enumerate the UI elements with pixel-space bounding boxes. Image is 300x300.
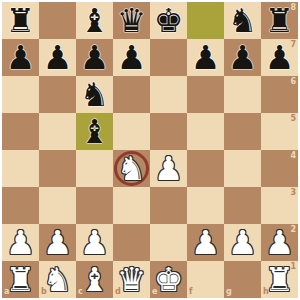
file-label-c: c xyxy=(78,288,83,296)
square-e5[interactable] xyxy=(150,113,187,150)
square-h6[interactable]: 6 xyxy=(261,76,298,113)
black-knight-piece[interactable]: ♞ xyxy=(228,4,258,37)
file-label-b: b xyxy=(41,288,47,296)
black-rook-piece[interactable]: ♜ xyxy=(6,4,36,37)
rank-label-3: 3 xyxy=(290,189,296,197)
file-label-e: e xyxy=(152,288,157,296)
square-c1[interactable]: ♝c xyxy=(76,261,113,298)
black-bishop-piece[interactable]: ♝ xyxy=(80,4,110,37)
black-queen-piece[interactable]: ♛ xyxy=(117,4,147,37)
white-rook-piece[interactable]: ♜ xyxy=(6,263,36,296)
rank-label-4: 4 xyxy=(290,152,296,160)
square-d6[interactable] xyxy=(113,76,150,113)
square-b4[interactable] xyxy=(39,150,76,187)
black-knight-piece[interactable]: ♞ xyxy=(80,78,110,111)
white-knight-piece[interactable]: ♞ xyxy=(43,263,73,296)
square-a4[interactable] xyxy=(2,150,39,187)
square-d3[interactable] xyxy=(113,187,150,224)
white-pawn-piece[interactable]: ♟ xyxy=(154,152,184,185)
square-c4[interactable] xyxy=(76,150,113,187)
square-h3[interactable]: 3 xyxy=(261,187,298,224)
square-g8[interactable]: ♞ xyxy=(224,2,261,39)
square-f8[interactable] xyxy=(187,2,224,39)
square-d2[interactable] xyxy=(113,224,150,261)
rank-label-1: 1 xyxy=(290,263,296,271)
square-b7[interactable]: ♟ xyxy=(39,39,76,76)
chess-board: ♜♝♛♚♞♜8♟♟♟♟♟♟♟7♞6♝5♞♟43♟♟♟♟♟♟2♜a♞b♝c♛d♚e… xyxy=(2,2,298,298)
rank-label-2: 2 xyxy=(290,226,296,234)
rank-label-6: 6 xyxy=(290,78,296,86)
square-c5[interactable]: ♝ xyxy=(76,113,113,150)
square-h4[interactable]: 4 xyxy=(261,150,298,187)
square-b1[interactable]: ♞b xyxy=(39,261,76,298)
square-a8[interactable]: ♜ xyxy=(2,2,39,39)
square-f7[interactable]: ♟ xyxy=(187,39,224,76)
square-g4[interactable] xyxy=(224,150,261,187)
square-g7[interactable]: ♟ xyxy=(224,39,261,76)
square-c8[interactable]: ♝ xyxy=(76,2,113,39)
square-f2[interactable]: ♟ xyxy=(187,224,224,261)
file-label-h: h xyxy=(263,288,269,296)
white-pawn-piece[interactable]: ♟ xyxy=(80,226,110,259)
square-a3[interactable] xyxy=(2,187,39,224)
square-f3[interactable] xyxy=(187,187,224,224)
white-pawn-piece[interactable]: ♟ xyxy=(43,226,73,259)
square-e6[interactable] xyxy=(150,76,187,113)
square-e7[interactable] xyxy=(150,39,187,76)
black-pawn-piece[interactable]: ♟ xyxy=(191,41,221,74)
square-h5[interactable]: 5 xyxy=(261,113,298,150)
square-f4[interactable] xyxy=(187,150,224,187)
rank-label-5: 5 xyxy=(290,115,296,123)
black-pawn-piece[interactable]: ♟ xyxy=(117,41,147,74)
white-bishop-piece[interactable]: ♝ xyxy=(80,263,110,296)
square-a7[interactable]: ♟ xyxy=(2,39,39,76)
square-b6[interactable] xyxy=(39,76,76,113)
black-bishop-piece[interactable]: ♝ xyxy=(80,115,110,148)
square-d4[interactable]: ♞ xyxy=(113,150,150,187)
file-label-d: d xyxy=(115,288,121,296)
file-label-g: g xyxy=(226,288,232,296)
square-c7[interactable]: ♟ xyxy=(76,39,113,76)
square-e1[interactable]: ♚e xyxy=(150,261,187,298)
square-a5[interactable] xyxy=(2,113,39,150)
square-e4[interactable]: ♟ xyxy=(150,150,187,187)
square-d8[interactable]: ♛ xyxy=(113,2,150,39)
square-h8[interactable]: ♜8 xyxy=(261,2,298,39)
white-pawn-piece[interactable]: ♟ xyxy=(191,226,221,259)
square-c6[interactable]: ♞ xyxy=(76,76,113,113)
square-a2[interactable]: ♟ xyxy=(2,224,39,261)
white-pawn-piece[interactable]: ♟ xyxy=(6,226,36,259)
square-e3[interactable] xyxy=(150,187,187,224)
square-f6[interactable] xyxy=(187,76,224,113)
black-king-piece[interactable]: ♚ xyxy=(154,4,184,37)
square-g5[interactable] xyxy=(224,113,261,150)
black-pawn-piece[interactable]: ♟ xyxy=(6,41,36,74)
square-g2[interactable]: ♟ xyxy=(224,224,261,261)
square-c3[interactable] xyxy=(76,187,113,224)
square-d1[interactable]: ♛d xyxy=(113,261,150,298)
square-a6[interactable] xyxy=(2,76,39,113)
square-h7[interactable]: ♟7 xyxy=(261,39,298,76)
square-b3[interactable] xyxy=(39,187,76,224)
square-h1[interactable]: ♜1h xyxy=(261,261,298,298)
square-d5[interactable] xyxy=(113,113,150,150)
white-pawn-piece[interactable]: ♟ xyxy=(228,226,258,259)
file-label-f: f xyxy=(189,288,192,296)
rank-label-8: 8 xyxy=(290,4,296,12)
black-pawn-piece[interactable]: ♟ xyxy=(43,41,73,74)
square-b5[interactable] xyxy=(39,113,76,150)
square-a1[interactable]: ♜a xyxy=(2,261,39,298)
white-queen-piece[interactable]: ♛ xyxy=(117,263,147,296)
square-c2[interactable]: ♟ xyxy=(76,224,113,261)
white-knight-piece[interactable]: ♞ xyxy=(117,152,147,185)
black-pawn-piece[interactable]: ♟ xyxy=(80,41,110,74)
square-g6[interactable] xyxy=(224,76,261,113)
file-label-a: a xyxy=(4,288,9,296)
square-b2[interactable]: ♟ xyxy=(39,224,76,261)
square-e8[interactable]: ♚ xyxy=(150,2,187,39)
black-pawn-piece[interactable]: ♟ xyxy=(228,41,258,74)
rank-label-7: 7 xyxy=(290,41,296,49)
square-f1[interactable]: f xyxy=(187,261,224,298)
square-e2[interactable] xyxy=(150,224,187,261)
square-b8[interactable] xyxy=(39,2,76,39)
square-d7[interactable]: ♟ xyxy=(113,39,150,76)
square-h2[interactable]: ♟2 xyxy=(261,224,298,261)
square-g3[interactable] xyxy=(224,187,261,224)
square-f5[interactable] xyxy=(187,113,224,150)
square-g1[interactable]: g xyxy=(224,261,261,298)
white-king-piece[interactable]: ♚ xyxy=(154,263,184,296)
